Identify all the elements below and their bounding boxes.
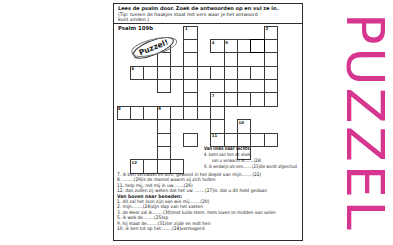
cell-number: 6 <box>131 66 134 71</box>
crossword-cell[interactable] <box>183 133 197 147</box>
bottom-clues-block: 7. ik ben verzwakt en arm, gewond in het… <box>117 172 286 231</box>
crossword-cell[interactable] <box>130 106 144 120</box>
crossword-cell[interactable] <box>183 92 197 106</box>
crossword-cell[interactable] <box>183 52 197 66</box>
cell-number: 5 <box>225 40 228 45</box>
crossword-cell[interactable] <box>170 106 184 120</box>
across-clue-lines-2: 7. ik ben verzwakt en arm, gewond in het… <box>117 172 286 194</box>
crossword-cell[interactable] <box>197 66 211 80</box>
crossword-cell[interactable]: 5 <box>224 39 238 53</box>
crossword-cell[interactable] <box>264 79 278 93</box>
crossword-cell[interactable] <box>237 92 251 106</box>
crossword-cell[interactable] <box>157 66 171 80</box>
crossword-cell[interactable] <box>183 106 197 120</box>
crossword-cell[interactable] <box>157 146 171 160</box>
crossword-cell[interactable] <box>183 39 197 53</box>
crossword-cell[interactable] <box>264 52 278 66</box>
instruction-line: Lees de psalm door. Zoek de antwoorden o… <box>118 6 300 12</box>
clue-line: 6. ik verdwijn als een........(23)die wo… <box>204 164 282 170</box>
crossword-cell[interactable]: 1 <box>183 26 197 40</box>
crossword-cell[interactable] <box>224 92 238 106</box>
crossword-cell[interactable] <box>157 79 171 93</box>
crossword-cell[interactable]: 6 <box>130 66 144 80</box>
crossword-cell[interactable] <box>237 66 251 80</box>
crossword-cell[interactable]: 10 <box>237 119 251 133</box>
crossword-cell[interactable] <box>264 39 278 53</box>
crossword-cell[interactable]: 7 <box>210 92 224 106</box>
crossword-cell[interactable] <box>157 52 171 66</box>
cell-number: 11 <box>212 133 217 138</box>
cell-number: 8 <box>118 106 121 111</box>
crossword-cell[interactable] <box>170 66 184 80</box>
cell-number: 1 <box>185 26 188 31</box>
crossword-cell[interactable] <box>250 92 264 106</box>
side-banner: PUZZEL <box>337 0 393 245</box>
crossword-cell[interactable] <box>224 66 238 80</box>
crossword-cell[interactable] <box>210 106 224 120</box>
puzzel-vertical-text: PUZZEL <box>335 13 393 233</box>
crossword-cell[interactable] <box>210 66 224 80</box>
down-clue-lines: 1. dit zal het loon zijn van wie mij....… <box>117 199 286 231</box>
instructions: Lees de psalm door. Zoek de antwoorden o… <box>118 6 300 23</box>
cell-number: 7 <box>212 93 215 98</box>
cell-number: 10 <box>239 120 244 125</box>
header-divider <box>114 23 302 24</box>
crossword-cell[interactable] <box>210 119 224 133</box>
tip-line-2: kunt vinden.) <box>118 17 300 23</box>
crossword-cell[interactable]: 4 <box>210 39 224 53</box>
crossword-cell[interactable]: 8 <box>117 106 131 120</box>
across-clue-lines: 4. komt van hen de vloek,van u verwacht … <box>204 152 282 170</box>
crossword-cell[interactable] <box>224 79 238 93</box>
worksheet-page: Lees de psalm door. Zoek de antwoorden o… <box>113 3 303 241</box>
crossword-cell[interactable] <box>143 106 157 120</box>
crossword-cell[interactable] <box>197 106 211 120</box>
worksheet-screenshot: Lees de psalm door. Zoek de antwoorden o… <box>0 0 393 245</box>
crossword-cell[interactable]: 9 <box>157 106 171 120</box>
crossword-cell[interactable] <box>264 133 278 147</box>
crossword-cell[interactable] <box>237 39 251 53</box>
across-clues-block: Van links naar rechts: 4. komt van hen d… <box>204 146 282 170</box>
crossword-cell[interactable] <box>183 66 197 80</box>
cell-number: 12 <box>131 160 136 165</box>
crossword-cell[interactable] <box>250 66 264 80</box>
crossword-cell[interactable] <box>157 119 171 133</box>
crossword-cell[interactable] <box>224 52 238 66</box>
crossword-cell[interactable]: 2 <box>264 26 278 40</box>
crossword-cell[interactable] <box>264 66 278 80</box>
cell-number: 9 <box>158 106 161 111</box>
crossword-cell[interactable] <box>157 133 171 147</box>
crossword-cell[interactable] <box>143 66 157 80</box>
crossword-cell[interactable] <box>250 133 264 147</box>
clue-line: 10. ik ben tot op het........(24)vermage… <box>117 226 286 231</box>
crossword-cell[interactable] <box>264 92 278 106</box>
cell-number: 2 <box>265 26 268 31</box>
crossword-cell[interactable] <box>250 39 264 53</box>
cell-number: 4 <box>212 40 215 45</box>
crossword-cell[interactable] <box>183 79 197 93</box>
